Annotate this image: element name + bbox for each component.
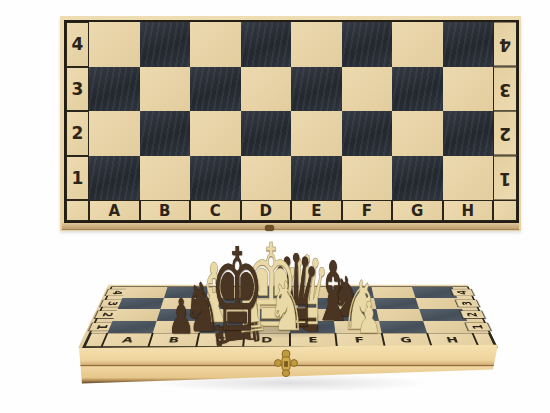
square-e3[interactable]: [291, 67, 342, 112]
rank-label-left-3: 3: [66, 67, 89, 112]
square-b3[interactable]: [140, 67, 191, 112]
square-d2[interactable]: [241, 111, 292, 156]
square-d1[interactable]: [241, 156, 292, 201]
square-d3[interactable]: [241, 67, 292, 112]
square-g3[interactable]: [392, 67, 443, 112]
square-b1[interactable]: [140, 156, 191, 201]
corner-cell: [66, 200, 89, 221]
file-label-e: E: [291, 200, 342, 221]
square-h2[interactable]: [443, 111, 494, 156]
square-f1[interactable]: [342, 156, 393, 201]
lid-file-label-h: H: [427, 333, 479, 347]
upright-board-grid: 44332211ABCDEFGH: [64, 20, 519, 223]
square-f3[interactable]: [342, 67, 393, 112]
rank-label-right-4: 4: [493, 22, 517, 67]
square-c4[interactable]: [190, 22, 241, 67]
square-c1[interactable]: [190, 156, 241, 201]
file-label-d: D: [241, 200, 292, 221]
square-d4[interactable]: [241, 22, 292, 67]
square-a3[interactable]: [89, 67, 140, 112]
chess-set-photo: 44332211ABCDEFGH 44332211ABCDEFGH ♟♞♝♚♜♜…: [0, 0, 550, 413]
file-label-a: A: [89, 200, 140, 221]
square-h3[interactable]: [443, 67, 494, 112]
lid-square-a3: [118, 298, 165, 309]
square-b2[interactable]: [140, 111, 191, 156]
dark-king[interactable]: ♚: [210, 233, 264, 348]
lid-square-a1: [107, 320, 157, 332]
lid-square-g1: [378, 320, 426, 332]
square-e2[interactable]: [291, 111, 342, 156]
lid-rank-label-right-3: 3: [454, 299, 479, 307]
file-label-g: G: [392, 200, 443, 221]
square-g1[interactable]: [392, 156, 443, 201]
brass-clasp-icon[interactable]: [273, 349, 299, 379]
square-b4[interactable]: [140, 22, 191, 67]
file-label-c: C: [190, 200, 241, 221]
square-a4[interactable]: [89, 22, 140, 67]
lid-rank-label-right-2: 2: [459, 311, 485, 319]
square-h1[interactable]: [443, 156, 494, 201]
light-pawn[interactable]: ♟: [357, 296, 381, 340]
light-knight[interactable]: ♞: [268, 273, 306, 341]
square-e4[interactable]: [291, 22, 342, 67]
rank-label-left-1: 1: [66, 156, 89, 201]
square-a2[interactable]: [89, 111, 140, 156]
square-g2[interactable]: [392, 111, 443, 156]
lid-square-g2: [376, 309, 423, 321]
file-label-f: F: [342, 200, 393, 221]
file-label-h: H: [443, 200, 494, 221]
square-c2[interactable]: [190, 111, 241, 156]
rank-label-left-4: 4: [66, 22, 89, 67]
rank-label-right-2: 2: [493, 111, 517, 156]
lid-rank-label-right-1: 1: [464, 322, 491, 331]
rank-label-right-1: 1: [493, 156, 517, 201]
lid-square-a2: [113, 309, 161, 321]
upright-half-board: 44332211ABCDEFGH: [60, 16, 521, 231]
square-g4[interactable]: [392, 22, 443, 67]
lid-file-label-g: G: [381, 333, 431, 347]
lid-rank-label-right-4: 4: [450, 289, 475, 296]
square-c3[interactable]: [190, 67, 241, 112]
square-h4[interactable]: [443, 22, 494, 67]
square-f2[interactable]: [342, 111, 393, 156]
square-a1[interactable]: [89, 156, 140, 201]
file-label-b: B: [140, 200, 191, 221]
square-e1[interactable]: [291, 156, 342, 201]
rank-label-right-3: 3: [493, 67, 517, 112]
corner-cell: [493, 200, 517, 221]
square-f4[interactable]: [342, 22, 393, 67]
rank-label-left-2: 2: [66, 111, 89, 156]
lid-square-a4: [122, 287, 167, 297]
lid-file-label-a: A: [101, 333, 153, 347]
